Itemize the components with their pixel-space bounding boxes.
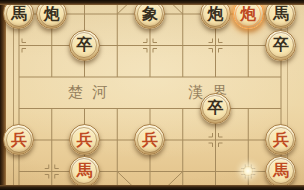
board-cell: 兵 — [3, 124, 36, 156]
red-horse-piece[interactable]: 馬 — [69, 156, 100, 187]
red-soldier-piece[interactable]: 兵 — [265, 124, 296, 155]
xiangqi-board[interactable]: 楚河 漢界 馬炮象炮炮馬卒卒卒兵兵兵兵馬馬 — [0, 0, 304, 190]
board-cell: 卒 — [68, 30, 101, 62]
red-soldier-piece[interactable]: 兵 — [3, 124, 34, 155]
red-soldier-piece[interactable]: 兵 — [69, 124, 100, 155]
board-cell: 馬 — [68, 156, 101, 188]
board-cell: 馬 — [265, 156, 298, 188]
board-cell: 兵 — [134, 124, 167, 156]
black-soldier-piece[interactable]: 卒 — [69, 30, 100, 61]
red-soldier-piece[interactable]: 兵 — [134, 124, 165, 155]
top-edge-strip — [0, 0, 304, 5]
last-move-origin-dot — [232, 156, 265, 188]
board-cell: 卒 — [199, 93, 232, 125]
black-soldier-piece[interactable]: 卒 — [200, 93, 231, 124]
board-cell: 兵 — [68, 124, 101, 156]
board-cell: 卒 — [265, 30, 298, 62]
bottom-edge-strip — [0, 185, 304, 190]
board-cell: 兵 — [265, 124, 298, 156]
red-horse-piece[interactable]: 馬 — [265, 156, 296, 187]
piece-layer: 馬炮象炮炮馬卒卒卒兵兵兵兵馬馬 — [3, 0, 298, 187]
black-soldier-piece[interactable]: 卒 — [265, 30, 296, 61]
